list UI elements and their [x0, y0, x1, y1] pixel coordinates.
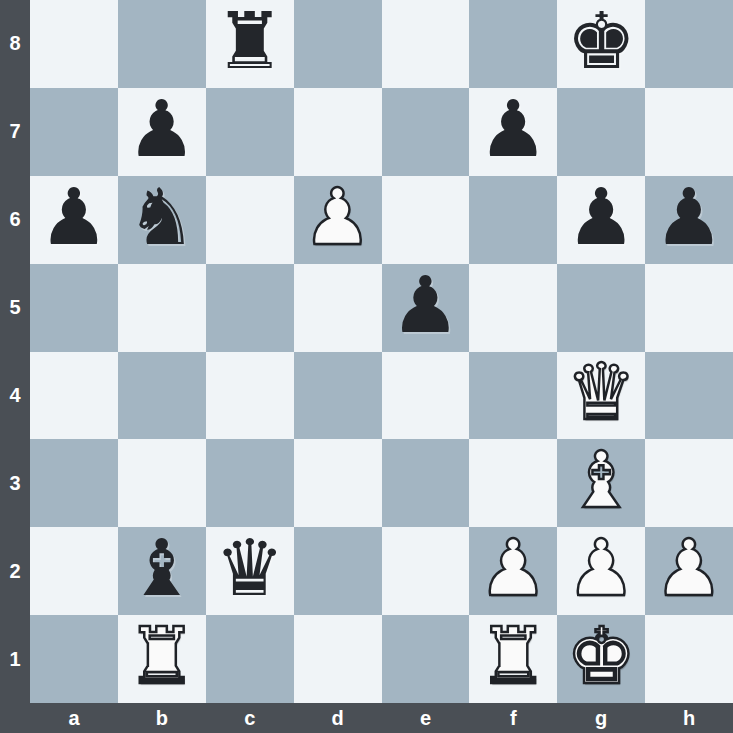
square-c3[interactable] [206, 439, 294, 527]
rank-label-1: 1 [0, 615, 30, 703]
black-knight[interactable]: ♞ [127, 178, 197, 256]
square-a6[interactable]: ♟ [30, 176, 118, 264]
square-e2[interactable] [382, 527, 470, 615]
square-d8[interactable] [294, 0, 382, 88]
chess-board-widget: 8♜♚7♟♟6♟♞♟♟♟5♟4♛3♝2♝♛♟♟♟1♜♜♚abcdefgh [0, 0, 733, 733]
square-g8[interactable]: ♚ [557, 0, 645, 88]
black-pawn[interactable]: ♟ [390, 266, 460, 344]
square-c7[interactable] [206, 88, 294, 176]
square-a7[interactable] [30, 88, 118, 176]
rank-label-6: 6 [0, 176, 30, 264]
square-g5[interactable] [557, 264, 645, 352]
square-d3[interactable] [294, 439, 382, 527]
file-label-f: f [469, 703, 557, 733]
square-f6[interactable] [469, 176, 557, 264]
square-d1[interactable] [294, 615, 382, 703]
square-h2[interactable]: ♟ [645, 527, 733, 615]
file-label-a: a [30, 703, 118, 733]
square-a5[interactable] [30, 264, 118, 352]
square-g2[interactable]: ♟ [557, 527, 645, 615]
square-f8[interactable] [469, 0, 557, 88]
square-g6[interactable]: ♟ [557, 176, 645, 264]
black-pawn[interactable]: ♟ [127, 90, 197, 168]
square-c4[interactable] [206, 352, 294, 440]
square-h3[interactable] [645, 439, 733, 527]
square-h4[interactable] [645, 352, 733, 440]
square-e7[interactable] [382, 88, 470, 176]
square-a4[interactable] [30, 352, 118, 440]
black-pawn[interactable]: ♟ [654, 178, 724, 256]
square-f3[interactable] [469, 439, 557, 527]
chess-board: 8♜♚7♟♟6♟♞♟♟♟5♟4♛3♝2♝♛♟♟♟1♜♜♚abcdefgh [0, 0, 733, 733]
square-b2[interactable]: ♝ [118, 527, 206, 615]
file-label-h: h [645, 703, 733, 733]
square-h6[interactable]: ♟ [645, 176, 733, 264]
square-a2[interactable] [30, 527, 118, 615]
square-d7[interactable] [294, 88, 382, 176]
square-b1[interactable]: ♜ [118, 615, 206, 703]
square-d5[interactable] [294, 264, 382, 352]
square-b6[interactable]: ♞ [118, 176, 206, 264]
square-f1[interactable]: ♜ [469, 615, 557, 703]
square-e8[interactable] [382, 0, 470, 88]
square-g4[interactable]: ♛ [557, 352, 645, 440]
black-pawn[interactable]: ♟ [478, 90, 548, 168]
square-h8[interactable] [645, 0, 733, 88]
white-pawn[interactable]: ♟ [303, 178, 373, 256]
white-pawn[interactable]: ♟ [478, 529, 548, 607]
gutter-corner [0, 703, 30, 733]
white-king[interactable]: ♚ [566, 617, 636, 695]
file-label-c: c [206, 703, 294, 733]
square-b3[interactable] [118, 439, 206, 527]
square-g7[interactable] [557, 88, 645, 176]
file-label-g: g [557, 703, 645, 733]
square-e3[interactable] [382, 439, 470, 527]
square-h5[interactable] [645, 264, 733, 352]
white-bishop[interactable]: ♝ [566, 441, 636, 519]
black-king[interactable]: ♚ [566, 2, 636, 80]
square-b4[interactable] [118, 352, 206, 440]
square-c8[interactable]: ♜ [206, 0, 294, 88]
file-label-b: b [118, 703, 206, 733]
square-b8[interactable] [118, 0, 206, 88]
rank-label-2: 2 [0, 527, 30, 615]
rank-label-5: 5 [0, 264, 30, 352]
white-rook[interactable]: ♜ [127, 617, 197, 695]
square-a8[interactable] [30, 0, 118, 88]
square-a1[interactable] [30, 615, 118, 703]
square-e1[interactable] [382, 615, 470, 703]
square-d6[interactable]: ♟ [294, 176, 382, 264]
square-h7[interactable] [645, 88, 733, 176]
square-f2[interactable]: ♟ [469, 527, 557, 615]
white-rook[interactable]: ♜ [478, 617, 548, 695]
rank-label-4: 4 [0, 352, 30, 440]
white-queen[interactable]: ♛ [566, 353, 636, 431]
white-pawn[interactable]: ♟ [566, 529, 636, 607]
square-d2[interactable] [294, 527, 382, 615]
black-bishop[interactable]: ♝ [127, 529, 197, 607]
square-g1[interactable]: ♚ [557, 615, 645, 703]
black-pawn[interactable]: ♟ [39, 178, 109, 256]
black-queen[interactable]: ♛ [215, 529, 285, 607]
square-g3[interactable]: ♝ [557, 439, 645, 527]
square-f4[interactable] [469, 352, 557, 440]
square-c1[interactable] [206, 615, 294, 703]
rank-label-8: 8 [0, 0, 30, 88]
square-h1[interactable] [645, 615, 733, 703]
square-f7[interactable]: ♟ [469, 88, 557, 176]
square-a3[interactable] [30, 439, 118, 527]
square-b7[interactable]: ♟ [118, 88, 206, 176]
square-c2[interactable]: ♛ [206, 527, 294, 615]
square-e5[interactable]: ♟ [382, 264, 470, 352]
square-c6[interactable] [206, 176, 294, 264]
square-e6[interactable] [382, 176, 470, 264]
black-rook[interactable]: ♜ [215, 2, 285, 80]
file-label-d: d [294, 703, 382, 733]
white-pawn[interactable]: ♟ [654, 529, 724, 607]
square-b5[interactable] [118, 264, 206, 352]
square-c5[interactable] [206, 264, 294, 352]
rank-label-3: 3 [0, 439, 30, 527]
square-d4[interactable] [294, 352, 382, 440]
rank-label-7: 7 [0, 88, 30, 176]
file-label-e: e [382, 703, 470, 733]
black-pawn[interactable]: ♟ [566, 178, 636, 256]
square-f5[interactable] [469, 264, 557, 352]
square-e4[interactable] [382, 352, 470, 440]
